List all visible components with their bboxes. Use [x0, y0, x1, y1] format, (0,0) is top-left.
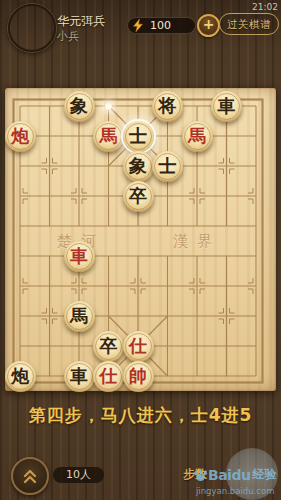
piece-character: 炮	[11, 127, 29, 145]
players-count-badge[interactable]: 10人	[53, 467, 104, 483]
player-avatar[interactable]	[8, 4, 56, 52]
piece-black[interactable]: 卒	[93, 331, 124, 362]
piece-character: 馬	[100, 127, 118, 145]
paw-icon	[193, 468, 208, 482]
move-caption: 第四步，马八进六，士4进5	[0, 404, 281, 427]
watermark-url: jingyan.baidu.com	[196, 486, 274, 496]
piece-character: 士	[159, 157, 177, 175]
piece-character: 将	[159, 97, 177, 115]
piece-red[interactable]: 帥	[123, 361, 154, 392]
piece-black[interactable]: 車	[211, 91, 242, 122]
watermark-suffix: 经验	[252, 466, 276, 483]
piece-red[interactable]: 仕	[93, 361, 124, 392]
piece-character: 仕	[100, 367, 118, 385]
piece-red[interactable]: 馬	[182, 121, 213, 152]
piece-character: 卒	[129, 187, 147, 205]
expand-button[interactable]	[11, 457, 49, 495]
double-chevron-up-icon	[21, 467, 39, 486]
watermark-brand: Baidu 经验	[193, 466, 276, 483]
piece-character: 馬	[70, 307, 88, 325]
piece-character: 士	[129, 127, 147, 145]
piece-character: 帥	[129, 367, 147, 385]
game-screen: 21:02 华元弭兵 小兵 100 + 过关棋谱	[0, 0, 281, 500]
piece-black[interactable]: 卒	[123, 181, 154, 212]
piece-black[interactable]: 象	[64, 91, 95, 122]
level-record-button[interactable]: 过关棋谱	[219, 13, 279, 35]
energy-meter: 100	[127, 17, 196, 34]
piece-black[interactable]: 象	[123, 151, 154, 182]
piece-black[interactable]: 馬	[64, 301, 95, 332]
piece-black[interactable]: 士	[152, 151, 183, 182]
piece-red[interactable]: 仕	[123, 331, 154, 362]
piece-black[interactable]: 車	[64, 361, 95, 392]
piece-red[interactable]: 馬	[93, 121, 124, 152]
piece-black[interactable]: 士	[123, 121, 154, 152]
piece-character: 仕	[129, 337, 147, 355]
level-title: 华元弭兵	[57, 13, 105, 30]
piece-black[interactable]: 炮	[5, 361, 36, 392]
system-clock: 21:02	[252, 2, 278, 12]
xiangqi-board: 楚河 漢界 象将車炮馬士馬象士卒車馬卒仕炮車仕帥	[5, 88, 276, 391]
watermark-baidu: Baidu	[208, 467, 250, 483]
lightning-icon	[133, 19, 143, 32]
piece-character: 象	[129, 157, 147, 175]
player-rank: 小兵	[57, 29, 79, 44]
piece-character: 象	[70, 97, 88, 115]
river-label-right: 漢界	[173, 232, 221, 251]
add-energy-button[interactable]: +	[197, 14, 220, 37]
piece-character: 車	[70, 367, 88, 385]
piece-black[interactable]: 将	[152, 91, 183, 122]
piece-character: 車	[70, 247, 88, 265]
last-move-marker	[104, 102, 113, 111]
piece-red[interactable]: 車	[64, 241, 95, 272]
energy-value: 100	[150, 19, 171, 32]
piece-red[interactable]: 炮	[5, 121, 36, 152]
piece-character: 炮	[11, 367, 29, 385]
piece-character: 車	[218, 97, 236, 115]
piece-character: 卒	[100, 337, 118, 355]
piece-character: 馬	[188, 127, 206, 145]
